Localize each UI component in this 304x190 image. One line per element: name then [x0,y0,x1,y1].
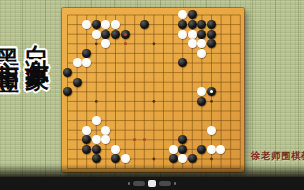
video-player-bar[interactable] [0,177,304,190]
white-stone [111,20,120,29]
control-dot-right [174,182,176,185]
black-stone [188,154,197,163]
black-stone [101,30,110,39]
white-player-name: 谢尔豪 [23,39,51,51]
black-stone [178,20,187,29]
black-stone [207,30,216,39]
black-stone [178,58,187,67]
white-stone [207,126,216,135]
black-label: 黑 [0,29,21,33]
white-stone [111,145,120,154]
white-stone [92,30,101,39]
watermark-text: 徐老师围棋教室 [251,150,304,163]
black-stone [63,87,72,96]
white-stone [92,116,101,125]
white-stone [82,20,91,29]
black-stone [188,20,197,29]
black-stone [207,39,216,48]
white-stone [121,154,130,163]
last-move-marker [210,90,213,93]
black-stone [169,154,178,163]
bottom-shadow [0,164,304,178]
black-stone [197,30,206,39]
red-marker-dot [143,138,146,141]
white-stone [197,87,206,96]
white-stone [178,30,187,39]
black-stone [178,135,187,144]
red-marker-dot [124,33,127,36]
white-stone [197,49,206,58]
black-stone [197,97,206,106]
white-stone [178,10,187,19]
black-stone [73,78,82,87]
white-label: 白 [23,26,51,30]
white-stone [73,58,82,67]
black-stone [197,20,206,29]
black-stone [178,145,187,154]
black-stone [197,145,206,154]
black-stone [111,30,120,39]
black-stone [92,20,101,29]
white-stone [188,30,197,39]
black-stone [82,145,91,154]
white-stone [216,145,225,154]
white-stone [82,126,91,135]
red-marker-dot [124,42,127,45]
white-stone [178,154,187,163]
white-stone [207,145,216,154]
white-stone [101,39,110,48]
control-chip-right[interactable] [159,181,171,186]
white-stone [101,20,110,29]
control-dot-left [128,182,130,185]
stone-layer [63,10,244,172]
black-player-caption: 黑卞相壹 [0,29,20,54]
white-player-caption: 白谢尔豪 [24,26,50,51]
white-stone [101,135,110,144]
black-stone [92,154,101,163]
tatami-background: 黑卞相壹 白谢尔豪 徐老师围棋教室 [0,0,304,190]
white-stone [82,58,91,67]
black-stone [188,10,197,19]
white-stone [92,135,101,144]
black-stone [92,145,101,154]
white-stone [101,126,110,135]
red-marker-dot [133,138,136,141]
progress-thumb[interactable] [148,180,156,187]
black-stone [207,20,216,29]
black-stone [63,68,72,77]
black-stone [140,20,149,29]
black-stone [111,154,120,163]
black-stone [82,135,91,144]
white-stone [188,39,197,48]
black-player-name: 卞相壹 [0,42,21,54]
control-chip-left[interactable] [133,181,145,186]
white-stone [197,39,206,48]
white-stone [169,145,178,154]
black-stone [82,49,91,58]
black-stone [207,87,216,96]
go-board [62,8,244,172]
